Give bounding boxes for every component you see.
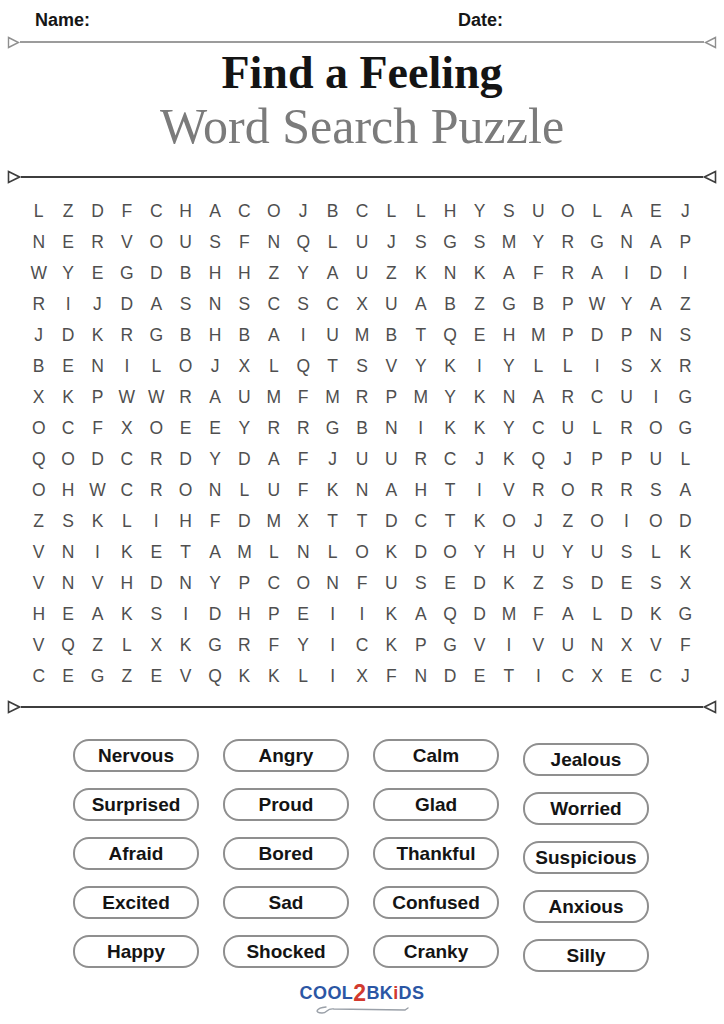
grid-cell[interactable]: R [171, 382, 200, 413]
word-pill[interactable]: Angry [223, 739, 349, 772]
grid-cell[interactable]: R [582, 475, 611, 506]
grid-cell[interactable]: K [53, 382, 82, 413]
grid-cell[interactable]: I [318, 661, 347, 692]
grid-cell[interactable]: C [406, 506, 435, 537]
word-pill[interactable]: Thankful [373, 837, 499, 870]
grid-cell[interactable]: E [83, 258, 112, 289]
grid-cell[interactable]: U [524, 196, 553, 227]
grid-cell[interactable]: R [24, 289, 53, 320]
grid-cell[interactable]: V [641, 630, 670, 661]
grid-cell[interactable]: C [142, 196, 171, 227]
grid-cell[interactable]: H [24, 599, 53, 630]
grid-cell[interactable]: P [553, 320, 582, 351]
grid-cell[interactable]: I [112, 351, 141, 382]
grid-cell[interactable]: L [112, 630, 141, 661]
grid-cell[interactable]: D [465, 568, 494, 599]
grid-cell[interactable]: W [582, 289, 611, 320]
grid-cell[interactable]: U [553, 630, 582, 661]
grid-cell[interactable]: H [230, 599, 259, 630]
grid-cell[interactable]: G [200, 630, 229, 661]
grid-cell[interactable]: N [582, 630, 611, 661]
grid-cell[interactable]: S [553, 568, 582, 599]
grid-cell[interactable]: A [200, 196, 229, 227]
grid-cell[interactable]: N [200, 289, 229, 320]
grid-cell[interactable]: D [83, 444, 112, 475]
word-pill[interactable]: Anxious [523, 890, 649, 923]
grid-cell[interactable]: F [289, 475, 318, 506]
grid-cell[interactable]: N [435, 258, 464, 289]
grid-cell[interactable]: X [230, 351, 259, 382]
grid-cell[interactable]: P [406, 630, 435, 661]
grid-cell[interactable]: L [582, 196, 611, 227]
grid-cell[interactable]: K [494, 444, 523, 475]
grid-cell[interactable]: S [612, 351, 641, 382]
grid-cell[interactable]: E [435, 568, 464, 599]
grid-cell[interactable]: R [230, 630, 259, 661]
grid-cell[interactable]: Q [289, 351, 318, 382]
grid-cell[interactable]: G [671, 382, 700, 413]
grid-cell[interactable]: A [553, 599, 582, 630]
grid-cell[interactable]: K [259, 661, 288, 692]
grid-cell[interactable]: Z [377, 258, 406, 289]
grid-cell[interactable]: U [377, 444, 406, 475]
grid-cell[interactable]: D [582, 568, 611, 599]
grid-cell[interactable]: E [641, 196, 670, 227]
grid-cell[interactable]: O [553, 196, 582, 227]
grid-cell[interactable]: M [259, 506, 288, 537]
grid-cell[interactable]: K [112, 537, 141, 568]
grid-cell[interactable]: S [142, 599, 171, 630]
grid-cell[interactable]: A [406, 289, 435, 320]
grid-cell[interactable]: I [612, 506, 641, 537]
grid-cell[interactable]: R [406, 444, 435, 475]
grid-cell[interactable]: K [465, 506, 494, 537]
grid-cell[interactable]: A [200, 537, 229, 568]
grid-cell[interactable]: N [171, 568, 200, 599]
grid-cell[interactable]: X [612, 630, 641, 661]
grid-cell[interactable]: Z [53, 196, 82, 227]
grid-cell[interactable]: Y [553, 537, 582, 568]
grid-cell[interactable]: Q [24, 444, 53, 475]
grid-cell[interactable]: B [347, 413, 376, 444]
word-pill[interactable]: Nervous [73, 739, 199, 772]
grid-cell[interactable]: I [524, 661, 553, 692]
grid-cell[interactable]: E [171, 413, 200, 444]
grid-cell[interactable]: U [377, 289, 406, 320]
grid-cell[interactable]: H [200, 258, 229, 289]
grid-cell[interactable]: N [494, 382, 523, 413]
grid-cell[interactable]: N [612, 227, 641, 258]
grid-cell[interactable]: T [435, 506, 464, 537]
grid-cell[interactable]: C [553, 661, 582, 692]
grid-cell[interactable]: N [24, 227, 53, 258]
grid-cell[interactable]: X [347, 661, 376, 692]
grid-cell[interactable]: Z [259, 258, 288, 289]
grid-cell[interactable]: L [289, 661, 318, 692]
word-pill[interactable]: Surprised [73, 788, 199, 821]
grid-cell[interactable]: C [347, 630, 376, 661]
grid-cell[interactable]: Y [289, 630, 318, 661]
grid-cell[interactable]: G [83, 661, 112, 692]
grid-cell[interactable]: S [612, 537, 641, 568]
grid-cell[interactable]: P [230, 568, 259, 599]
grid-cell[interactable]: I [318, 599, 347, 630]
grid-cell[interactable]: U [641, 444, 670, 475]
grid-cell[interactable]: D [112, 289, 141, 320]
grid-cell[interactable]: F [259, 630, 288, 661]
grid-cell[interactable]: I [347, 599, 376, 630]
grid-cell[interactable]: Z [524, 568, 553, 599]
grid-cell[interactable]: L [259, 351, 288, 382]
grid-cell[interactable]: W [24, 258, 53, 289]
grid-cell[interactable]: Z [553, 506, 582, 537]
grid-cell[interactable]: I [406, 413, 435, 444]
grid-cell[interactable]: A [406, 599, 435, 630]
grid-cell[interactable]: Z [671, 289, 700, 320]
grid-cell[interactable]: M [494, 599, 523, 630]
grid-cell[interactable]: A [259, 320, 288, 351]
grid-cell[interactable]: I [582, 351, 611, 382]
grid-cell[interactable]: D [406, 537, 435, 568]
grid-cell[interactable]: I [641, 382, 670, 413]
grid-cell[interactable]: D [582, 320, 611, 351]
grid-cell[interactable]: F [524, 599, 553, 630]
grid-cell[interactable]: R [112, 320, 141, 351]
grid-cell[interactable]: K [377, 599, 406, 630]
grid-cell[interactable]: X [347, 289, 376, 320]
grid-cell[interactable]: S [641, 475, 670, 506]
grid-cell[interactable]: O [171, 351, 200, 382]
grid-cell[interactable]: G [112, 258, 141, 289]
grid-cell[interactable]: D [230, 506, 259, 537]
grid-cell[interactable]: Y [612, 289, 641, 320]
grid-cell[interactable]: T [435, 475, 464, 506]
word-pill[interactable]: Jealous [523, 743, 649, 776]
grid-cell[interactable]: D [612, 599, 641, 630]
grid-cell[interactable]: M [406, 382, 435, 413]
grid-cell[interactable]: O [435, 537, 464, 568]
grid-cell[interactable]: A [142, 289, 171, 320]
grid-cell[interactable]: Q [435, 599, 464, 630]
grid-cell[interactable]: O [142, 227, 171, 258]
grid-cell[interactable]: C [24, 661, 53, 692]
grid-cell[interactable]: X [641, 351, 670, 382]
grid-cell[interactable]: U [582, 537, 611, 568]
word-pill[interactable]: Cranky [373, 935, 499, 968]
grid-cell[interactable]: A [83, 599, 112, 630]
grid-cell[interactable]: J [83, 289, 112, 320]
grid-cell[interactable]: P [377, 382, 406, 413]
grid-cell[interactable]: R [347, 382, 376, 413]
grid-cell[interactable]: O [171, 475, 200, 506]
grid-cell[interactable]: R [553, 227, 582, 258]
grid-cell[interactable]: F [112, 196, 141, 227]
grid-cell[interactable]: D [435, 661, 464, 692]
grid-cell[interactable]: R [612, 475, 641, 506]
grid-cell[interactable]: J [465, 444, 494, 475]
grid-cell[interactable]: F [200, 506, 229, 537]
grid-cell[interactable]: W [142, 382, 171, 413]
grid-cell[interactable]: U [524, 537, 553, 568]
grid-cell[interactable]: L [259, 537, 288, 568]
grid-cell[interactable]: V [83, 568, 112, 599]
grid-cell[interactable]: D [377, 506, 406, 537]
grid-cell[interactable]: R [142, 444, 171, 475]
grid-cell[interactable]: L [24, 196, 53, 227]
grid-cell[interactable]: Y [406, 351, 435, 382]
grid-cell[interactable]: M [230, 537, 259, 568]
word-pill[interactable]: Confused [373, 886, 499, 919]
grid-cell[interactable]: D [200, 599, 229, 630]
grid-cell[interactable]: I [142, 506, 171, 537]
grid-cell[interactable]: U [259, 475, 288, 506]
grid-cell[interactable]: U [230, 382, 259, 413]
grid-cell[interactable]: H [494, 320, 523, 351]
grid-cell[interactable]: O [641, 506, 670, 537]
grid-cell[interactable]: O [24, 475, 53, 506]
grid-cell[interactable]: N [377, 413, 406, 444]
grid-cell[interactable]: N [53, 568, 82, 599]
grid-cell[interactable]: Q [435, 320, 464, 351]
grid-cell[interactable]: F [671, 630, 700, 661]
grid-cell[interactable]: D [142, 568, 171, 599]
grid-cell[interactable]: Y [494, 351, 523, 382]
grid-cell[interactable]: K [494, 568, 523, 599]
grid-cell[interactable]: F [83, 413, 112, 444]
grid-cell[interactable]: C [112, 475, 141, 506]
grid-cell[interactable]: L [671, 444, 700, 475]
grid-cell[interactable]: K [83, 506, 112, 537]
grid-cell[interactable]: O [494, 506, 523, 537]
grid-cell[interactable]: M [524, 320, 553, 351]
grid-cell[interactable]: J [553, 444, 582, 475]
grid-cell[interactable]: Y [200, 444, 229, 475]
grid-cell[interactable]: K [171, 630, 200, 661]
grid-cell[interactable]: A [641, 289, 670, 320]
grid-cell[interactable]: T [494, 661, 523, 692]
grid-cell[interactable]: T [318, 506, 347, 537]
grid-cell[interactable]: A [377, 475, 406, 506]
grid-cell[interactable]: K [377, 630, 406, 661]
grid-cell[interactable]: I [465, 351, 494, 382]
grid-cell[interactable]: N [83, 351, 112, 382]
grid-cell[interactable]: K [230, 661, 259, 692]
grid-cell[interactable]: B [171, 258, 200, 289]
grid-cell[interactable]: B [524, 289, 553, 320]
grid-cell[interactable]: K [671, 537, 700, 568]
grid-cell[interactable]: Y [465, 196, 494, 227]
grid-cell[interactable]: C [641, 661, 670, 692]
grid-cell[interactable]: C [435, 444, 464, 475]
grid-cell[interactable]: B [171, 320, 200, 351]
grid-cell[interactable]: A [318, 258, 347, 289]
grid-cell[interactable]: I [671, 258, 700, 289]
grid-cell[interactable]: P [553, 289, 582, 320]
grid-cell[interactable]: F [289, 382, 318, 413]
grid-cell[interactable]: O [289, 568, 318, 599]
grid-cell[interactable]: O [641, 413, 670, 444]
grid-cell[interactable]: S [406, 568, 435, 599]
grid-cell[interactable]: G [494, 289, 523, 320]
grid-cell[interactable]: C [582, 382, 611, 413]
grid-cell[interactable]: B [318, 196, 347, 227]
grid-cell[interactable]: G [671, 599, 700, 630]
grid-cell[interactable]: V [112, 227, 141, 258]
grid-cell[interactable]: I [494, 630, 523, 661]
grid-cell[interactable]: R [289, 413, 318, 444]
grid-cell[interactable]: J [318, 444, 347, 475]
word-pill[interactable]: Silly [523, 939, 649, 972]
grid-cell[interactable]: B [24, 351, 53, 382]
grid-cell[interactable]: N [641, 320, 670, 351]
word-pill[interactable]: Shocked [223, 935, 349, 968]
grid-cell[interactable]: M [347, 320, 376, 351]
grid-cell[interactable]: J [671, 196, 700, 227]
grid-cell[interactable]: X [289, 506, 318, 537]
grid-cell[interactable]: T [406, 320, 435, 351]
grid-cell[interactable]: I [318, 630, 347, 661]
grid-cell[interactable]: M [259, 382, 288, 413]
grid-cell[interactable]: D [83, 196, 112, 227]
grid-cell[interactable]: R [142, 475, 171, 506]
grid-cell[interactable]: V [24, 537, 53, 568]
word-pill[interactable]: Bored [223, 837, 349, 870]
grid-cell[interactable]: F [230, 227, 259, 258]
grid-cell[interactable]: E [612, 568, 641, 599]
word-pill[interactable]: Happy [73, 935, 199, 968]
grid-cell[interactable]: L [230, 475, 259, 506]
grid-cell[interactable]: O [142, 413, 171, 444]
grid-cell[interactable]: C [347, 196, 376, 227]
word-pill[interactable]: Afraid [73, 837, 199, 870]
grid-cell[interactable]: E [289, 599, 318, 630]
grid-cell[interactable]: R [612, 413, 641, 444]
grid-cell[interactable]: E [612, 661, 641, 692]
grid-cell[interactable]: L [318, 537, 347, 568]
grid-cell[interactable]: U [377, 568, 406, 599]
grid-cell[interactable]: B [377, 320, 406, 351]
grid-cell[interactable]: K [465, 258, 494, 289]
grid-cell[interactable]: R [671, 351, 700, 382]
grid-cell[interactable]: H [53, 475, 82, 506]
grid-cell[interactable]: X [142, 630, 171, 661]
grid-cell[interactable]: K [406, 258, 435, 289]
grid-cell[interactable]: J [524, 506, 553, 537]
grid-cell[interactable]: T [318, 351, 347, 382]
grid-cell[interactable]: S [641, 568, 670, 599]
grid-cell[interactable]: C [259, 568, 288, 599]
grid-cell[interactable]: A [494, 258, 523, 289]
grid-cell[interactable]: Z [465, 289, 494, 320]
grid-cell[interactable]: D [53, 320, 82, 351]
grid-cell[interactable]: L [582, 413, 611, 444]
grid-cell[interactable]: R [553, 382, 582, 413]
grid-cell[interactable]: H [230, 258, 259, 289]
grid-cell[interactable]: S [230, 289, 259, 320]
grid-cell[interactable]: C [230, 196, 259, 227]
grid-cell[interactable]: P [612, 444, 641, 475]
grid-cell[interactable]: H [112, 568, 141, 599]
grid-cell[interactable]: K [435, 413, 464, 444]
grid-cell[interactable]: I [171, 599, 200, 630]
grid-cell[interactable]: J [200, 351, 229, 382]
grid-cell[interactable]: F [377, 661, 406, 692]
grid-cell[interactable]: S [671, 320, 700, 351]
grid-cell[interactable]: V [24, 568, 53, 599]
grid-cell[interactable]: C [318, 289, 347, 320]
grid-cell[interactable]: I [289, 320, 318, 351]
grid-cell[interactable]: E [53, 661, 82, 692]
grid-cell[interactable]: V [171, 661, 200, 692]
grid-cell[interactable]: H [406, 475, 435, 506]
word-pill[interactable]: Suspicious [523, 841, 649, 874]
grid-cell[interactable]: T [171, 537, 200, 568]
grid-cell[interactable]: K [465, 382, 494, 413]
grid-cell[interactable]: R [259, 413, 288, 444]
grid-cell[interactable]: M [494, 227, 523, 258]
grid-cell[interactable]: L [142, 351, 171, 382]
grid-cell[interactable]: J [24, 320, 53, 351]
grid-cell[interactable]: D [465, 599, 494, 630]
grid-cell[interactable]: A [671, 475, 700, 506]
grid-cell[interactable]: T [347, 506, 376, 537]
grid-cell[interactable]: H [435, 196, 464, 227]
grid-cell[interactable]: E [142, 661, 171, 692]
grid-cell[interactable]: Y [200, 568, 229, 599]
grid-cell[interactable]: N [259, 227, 288, 258]
grid-cell[interactable]: N [289, 537, 318, 568]
grid-cell[interactable]: N [406, 661, 435, 692]
grid-cell[interactable]: B [230, 320, 259, 351]
grid-cell[interactable]: C [259, 289, 288, 320]
grid-cell[interactable]: D [230, 444, 259, 475]
grid-cell[interactable]: Q [524, 444, 553, 475]
grid-cell[interactable]: U [612, 382, 641, 413]
grid-cell[interactable]: E [53, 351, 82, 382]
grid-cell[interactable]: Y [465, 537, 494, 568]
grid-cell[interactable]: I [83, 537, 112, 568]
grid-cell[interactable]: R [524, 475, 553, 506]
grid-cell[interactable]: Y [494, 413, 523, 444]
grid-cell[interactable]: Z [112, 661, 141, 692]
word-pill[interactable]: Proud [223, 788, 349, 821]
grid-cell[interactable]: H [494, 537, 523, 568]
grid-cell[interactable]: U [171, 227, 200, 258]
grid-cell[interactable]: F [289, 444, 318, 475]
grid-cell[interactable]: W [112, 382, 141, 413]
word-pill[interactable]: Excited [73, 886, 199, 919]
grid-cell[interactable]: H [200, 320, 229, 351]
grid-cell[interactable]: R [553, 258, 582, 289]
grid-cell[interactable]: F [524, 258, 553, 289]
grid-cell[interactable]: S [53, 506, 82, 537]
grid-cell[interactable]: O [553, 475, 582, 506]
grid-cell[interactable]: X [24, 382, 53, 413]
grid-cell[interactable]: S [406, 227, 435, 258]
grid-cell[interactable]: G [671, 413, 700, 444]
grid-cell[interactable]: R [83, 227, 112, 258]
grid-cell[interactable]: S [171, 289, 200, 320]
grid-cell[interactable]: Y [289, 258, 318, 289]
grid-cell[interactable]: L [524, 351, 553, 382]
grid-cell[interactable]: G [318, 413, 347, 444]
grid-cell[interactable]: D [171, 444, 200, 475]
grid-cell[interactable]: E [53, 227, 82, 258]
grid-cell[interactable]: N [53, 537, 82, 568]
grid-cell[interactable]: S [347, 351, 376, 382]
grid-cell[interactable]: X [112, 413, 141, 444]
grid-cell[interactable]: P [259, 599, 288, 630]
